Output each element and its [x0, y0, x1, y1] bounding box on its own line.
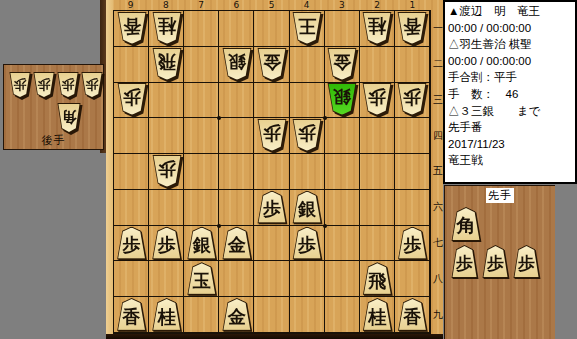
piece-銀-62[interactable]: 銀 [222, 47, 252, 80]
sente-hand-歩[interactable]: 歩 [451, 245, 478, 278]
square-96[interactable] [114, 190, 149, 226]
rank-label-9: 九 [431, 297, 445, 333]
square-93[interactable]: 歩 [114, 83, 149, 119]
square-19[interactable]: 香 [395, 297, 430, 333]
square-87[interactable]: 歩 [149, 226, 184, 262]
square-44[interactable]: 歩 [290, 118, 325, 154]
sente-hand-歩[interactable]: 歩 [482, 245, 509, 278]
piece-kanji: 歩 [292, 120, 322, 147]
square-38[interactable] [325, 261, 360, 297]
square-45[interactable] [290, 154, 325, 190]
sente-player-name: ▲渡辺 明 竜王 [448, 3, 572, 20]
piece-kanji: 玉 [187, 267, 217, 294]
piece-金-69[interactable]: 金 [222, 298, 252, 331]
square-23[interactable]: 歩 [360, 83, 395, 119]
sente-hand-角[interactable]: 角 [451, 207, 481, 241]
square-54[interactable]: 歩 [254, 118, 289, 154]
piece-香-91[interactable]: 香 [117, 12, 147, 45]
square-73[interactable] [184, 83, 219, 119]
piece-歩-13[interactable]: 歩 [397, 83, 427, 116]
square-11[interactable]: 香 [395, 11, 430, 47]
piece-桂-89[interactable]: 桂 [152, 298, 182, 331]
sente-komadai: 先手 角歩歩歩 [444, 185, 555, 339]
info-panel: ▲渡辺 明 竜王 00:00 / 00:00:00 △羽生善治 棋聖 00:00… [443, 0, 577, 184]
piece-金-67[interactable]: 金 [222, 226, 252, 259]
gote-hand-歩[interactable]: 歩 [81, 72, 103, 98]
square-32[interactable]: 金 [325, 47, 360, 83]
file-label-7: 7 [183, 0, 218, 10]
gote-komadai-label: 後手 [4, 133, 103, 148]
piece-kanji: 歩 [362, 84, 392, 111]
piece-金-52[interactable]: 金 [257, 47, 287, 80]
piece-kanji: 香 [397, 303, 427, 330]
piece-kanji: 歩 [257, 120, 287, 147]
square-53[interactable] [254, 83, 289, 119]
square-62[interactable]: 銀 [219, 47, 254, 83]
piece-kanji: 金 [257, 48, 287, 75]
sente-hand-歩[interactable]: 歩 [513, 245, 540, 278]
file-label-3: 3 [324, 0, 359, 10]
square-97[interactable]: 歩 [114, 226, 149, 262]
shogi-app: 987654321 一二三四五六七八九 香桂王桂香飛銀金金歩銀歩歩歩歩歩歩銀歩歩… [0, 0, 577, 339]
piece-歩-93[interactable]: 歩 [117, 83, 147, 116]
square-21[interactable]: 桂 [360, 11, 395, 47]
square-82[interactable]: 飛 [149, 47, 184, 83]
gote-hand-角[interactable]: 角 [57, 103, 81, 133]
square-41[interactable]: 王 [290, 11, 325, 47]
file-label-4: 4 [289, 0, 324, 10]
square-15[interactable] [395, 154, 430, 190]
piece-kanji: 銀 [292, 196, 322, 223]
square-57[interactable] [254, 226, 289, 262]
square-18[interactable] [395, 261, 430, 297]
gote-hand-歩[interactable]: 歩 [57, 72, 79, 98]
piece-kanji: 香 [397, 13, 427, 40]
square-13[interactable]: 歩 [395, 83, 430, 119]
square-85[interactable]: 歩 [149, 154, 184, 190]
sente-hand-row: 歩歩歩 [451, 245, 540, 278]
shogi-board: 987654321 一二三四五六七八九 香桂王桂香飛銀金金歩銀歩歩歩歩歩歩銀歩歩… [106, 0, 443, 334]
piece-kanji: 歩 [152, 156, 182, 183]
piece-kanji: 銀 [187, 231, 217, 258]
piece-kanji: 銀 [222, 48, 252, 75]
square-14[interactable] [395, 118, 430, 154]
piece-歩-54[interactable]: 歩 [257, 119, 287, 152]
piece-kanji: 歩 [33, 73, 55, 95]
piece-kanji: 角 [57, 104, 81, 130]
piece-kanji: 王 [292, 13, 322, 40]
piece-kanji: 歩 [257, 196, 287, 223]
square-34[interactable] [325, 118, 360, 154]
piece-kanji: 桂 [152, 13, 182, 40]
square-84[interactable] [149, 118, 184, 154]
piece-歩-23[interactable]: 歩 [362, 83, 392, 116]
piece-香-99[interactable]: 香 [117, 298, 147, 331]
square-89[interactable]: 桂 [149, 297, 184, 333]
piece-銀-77[interactable]: 銀 [187, 226, 217, 259]
piece-kanji: 香 [117, 303, 147, 330]
file-label-2: 2 [360, 0, 395, 10]
piece-kanji: 金 [222, 231, 252, 258]
square-37[interactable] [325, 226, 360, 262]
rank-label-8: 八 [431, 261, 445, 297]
square-61[interactable] [219, 11, 254, 47]
piece-kanji: 歩 [482, 250, 509, 277]
gote-hand-歩[interactable]: 歩 [9, 72, 31, 98]
square-68[interactable] [219, 261, 254, 297]
square-33[interactable]: 銀 [325, 83, 360, 119]
square-47[interactable]: 歩 [290, 226, 325, 262]
piece-歩-97[interactable]: 歩 [117, 226, 147, 259]
board-grid: 香桂王桂香飛銀金金歩銀歩歩歩歩歩歩銀歩歩銀金歩歩玉飛香桂金桂香 [113, 10, 431, 334]
square-49[interactable] [290, 297, 325, 333]
piece-歩-17[interactable]: 歩 [397, 226, 427, 259]
square-28[interactable]: 飛 [360, 261, 395, 297]
square-98[interactable] [114, 261, 149, 297]
rank-label-7: 七 [431, 225, 445, 261]
piece-桂-21[interactable]: 桂 [362, 12, 392, 45]
gote-hand-歩[interactable]: 歩 [33, 72, 55, 98]
gote-player-name: △羽生善治 棋聖 [448, 36, 572, 53]
square-12[interactable] [395, 47, 430, 83]
piece-歩-44[interactable]: 歩 [292, 119, 322, 152]
last-move: △３三銀 まで [448, 103, 572, 120]
file-label-9: 9 [113, 0, 148, 10]
square-25[interactable] [360, 154, 395, 190]
piece-歩-47[interactable]: 歩 [292, 226, 322, 259]
square-94[interactable] [114, 118, 149, 154]
square-86[interactable] [149, 190, 184, 226]
game-date: 2017/11/23 [448, 136, 572, 153]
square-81[interactable]: 桂 [149, 11, 184, 47]
piece-kanji: 歩 [451, 250, 478, 277]
piece-kanji: 飛 [362, 267, 392, 294]
square-43[interactable] [290, 83, 325, 119]
square-95[interactable] [114, 154, 149, 190]
square-58[interactable] [254, 261, 289, 297]
piece-香-11[interactable]: 香 [397, 12, 427, 45]
file-label-6: 6 [219, 0, 254, 10]
piece-kanji: 歩 [57, 73, 79, 95]
piece-kanji: 歩 [397, 231, 427, 258]
piece-kanji: 桂 [362, 303, 392, 330]
square-91[interactable]: 香 [114, 11, 149, 47]
square-56[interactable]: 歩 [254, 190, 289, 226]
square-77[interactable]: 銀 [184, 226, 219, 262]
piece-歩-87[interactable]: 歩 [152, 226, 182, 259]
piece-桂-81[interactable]: 桂 [152, 12, 182, 45]
piece-飛-82[interactable]: 飛 [152, 47, 182, 80]
square-26[interactable] [360, 190, 395, 226]
square-46[interactable]: 銀 [290, 190, 325, 226]
piece-kanji: 香 [117, 13, 147, 40]
square-16[interactable] [395, 190, 430, 226]
square-67[interactable]: 金 [219, 226, 254, 262]
rank-label-6: 六 [431, 189, 445, 225]
square-99[interactable]: 香 [114, 297, 149, 333]
turn-indicator: 先手番 [448, 119, 572, 136]
square-24[interactable] [360, 118, 395, 154]
piece-kanji: 歩 [117, 231, 147, 258]
square-29[interactable]: 桂 [360, 297, 395, 333]
square-66[interactable] [219, 190, 254, 226]
piece-kanji: 飛 [152, 48, 182, 75]
piece-香-19[interactable]: 香 [397, 298, 427, 331]
square-31[interactable] [325, 11, 360, 47]
square-59[interactable] [254, 297, 289, 333]
gote-hand-row: 角 [57, 103, 81, 133]
file-label-1: 1 [395, 0, 430, 10]
piece-kanji: 歩 [397, 84, 427, 111]
square-51[interactable] [254, 11, 289, 47]
square-74[interactable] [184, 118, 219, 154]
square-76[interactable] [184, 190, 219, 226]
piece-kanji: 桂 [152, 303, 182, 330]
piece-桂-29[interactable]: 桂 [362, 298, 392, 331]
sente-hand-row: 角 [451, 207, 481, 241]
square-71[interactable] [184, 11, 219, 47]
piece-kanji: 金 [327, 48, 357, 75]
gote-komadai: 後手 歩歩歩歩角 [3, 64, 104, 150]
square-55[interactable] [254, 154, 289, 190]
piece-歩-85[interactable]: 歩 [152, 155, 182, 188]
piece-飛-28[interactable]: 飛 [362, 262, 392, 295]
event-name: 竜王戦 [448, 152, 572, 169]
piece-歩-56[interactable]: 歩 [257, 191, 287, 224]
piece-kanji: 角 [451, 212, 481, 240]
file-label-5: 5 [254, 0, 289, 10]
square-35[interactable] [325, 154, 360, 190]
square-22[interactable] [360, 47, 395, 83]
gote-clock: 00:00 / 00:00:00 [448, 53, 572, 70]
square-78[interactable]: 玉 [184, 261, 219, 297]
square-92[interactable] [114, 47, 149, 83]
piece-kanji: 歩 [513, 250, 540, 277]
piece-kanji: 銀 [327, 84, 357, 111]
file-label-8: 8 [148, 0, 183, 10]
piece-kanji: 歩 [292, 231, 322, 258]
sente-komadai-label: 先手 [486, 188, 514, 203]
square-48[interactable] [290, 261, 325, 297]
piece-金-32[interactable]: 金 [327, 47, 357, 80]
piece-玉-78[interactable]: 玉 [187, 262, 217, 295]
square-63[interactable] [219, 83, 254, 119]
square-64[interactable] [219, 118, 254, 154]
square-88[interactable] [149, 261, 184, 297]
square-79[interactable] [184, 297, 219, 333]
square-83[interactable] [149, 83, 184, 119]
handicap-label: 手合割：平手 [448, 69, 572, 86]
move-count: 手 数： 46 [448, 86, 572, 103]
square-42[interactable] [290, 47, 325, 83]
square-17[interactable]: 歩 [395, 226, 430, 262]
square-39[interactable] [325, 297, 360, 333]
file-labels: 987654321 [113, 0, 430, 10]
square-27[interactable] [360, 226, 395, 262]
sente-clock: 00:00 / 00:00:00 [448, 20, 572, 37]
piece-kanji: 歩 [117, 84, 147, 111]
piece-銀-33[interactable]: 銀 [327, 83, 357, 116]
piece-kanji: 歩 [9, 73, 31, 95]
piece-王-41[interactable]: 王 [292, 12, 322, 45]
piece-銀-46[interactable]: 銀 [292, 191, 322, 224]
piece-kanji: 歩 [81, 73, 103, 95]
square-65[interactable] [219, 154, 254, 190]
piece-kanji: 金 [222, 303, 252, 330]
square-75[interactable] [184, 154, 219, 190]
piece-kanji: 桂 [362, 13, 392, 40]
piece-kanji: 歩 [152, 231, 182, 258]
board-bottom-edge [106, 334, 443, 339]
gote-hand-row: 歩歩歩歩 [9, 72, 103, 98]
square-36[interactable] [325, 190, 360, 226]
square-69[interactable]: 金 [219, 297, 254, 333]
square-52[interactable]: 金 [254, 47, 289, 83]
square-72[interactable] [184, 47, 219, 83]
